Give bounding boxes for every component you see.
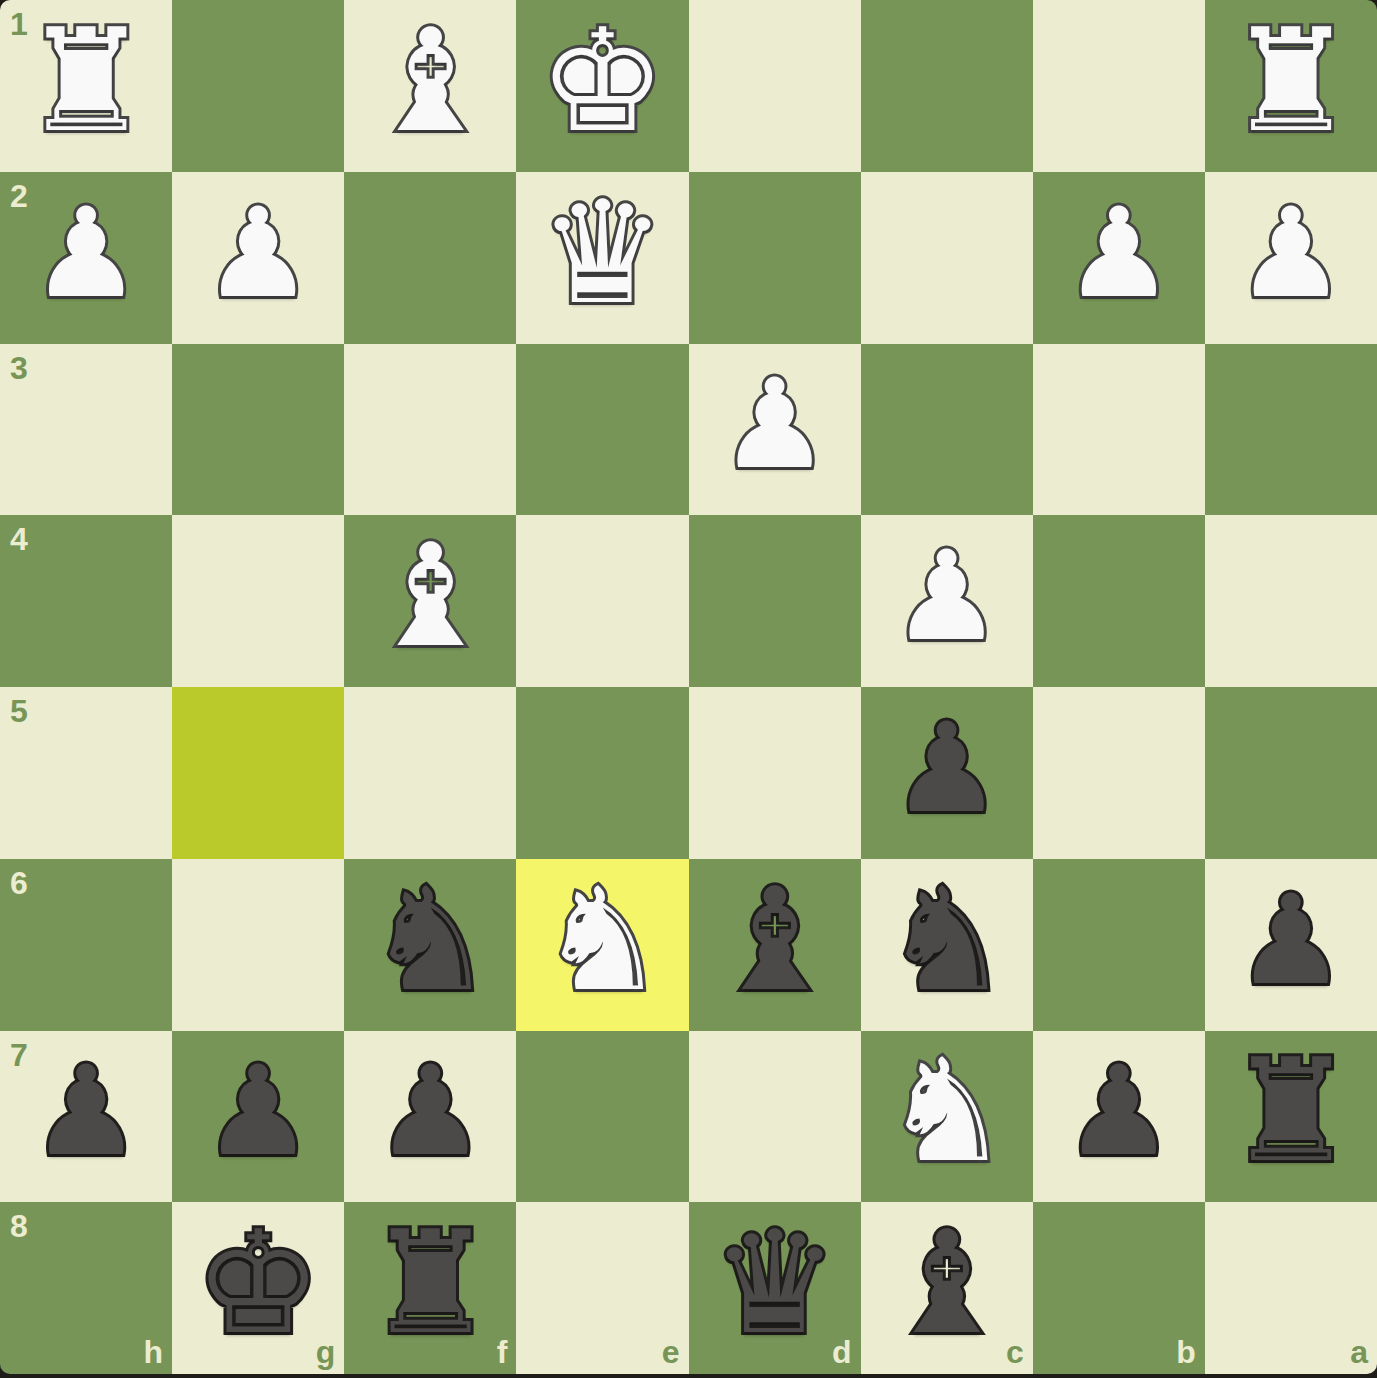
- square-d2[interactable]: [689, 172, 861, 344]
- square-d5[interactable]: [689, 687, 861, 859]
- square-a5[interactable]: [1205, 687, 1377, 859]
- rank-label-5: 5: [10, 695, 28, 727]
- square-c5[interactable]: ♟: [861, 687, 1033, 859]
- square-b8[interactable]: b: [1033, 1202, 1205, 1374]
- square-d3[interactable]: ♟: [689, 344, 861, 516]
- square-e2[interactable]: ♛: [516, 172, 688, 344]
- file-label-e: e: [662, 1336, 680, 1368]
- black-bishop[interactable]: ♝: [711, 869, 838, 1011]
- square-f1[interactable]: ♝: [344, 0, 516, 172]
- white-pawn[interactable]: ♟: [891, 534, 1002, 658]
- square-e8[interactable]: e: [516, 1202, 688, 1374]
- square-e1[interactable]: ♚: [516, 0, 688, 172]
- square-h6[interactable]: 6: [0, 859, 172, 1031]
- square-d4[interactable]: [689, 515, 861, 687]
- square-f4[interactable]: ♝: [344, 515, 516, 687]
- square-b3[interactable]: [1033, 344, 1205, 516]
- square-h3[interactable]: 3: [0, 344, 172, 516]
- white-rook[interactable]: ♜: [22, 10, 149, 152]
- square-g4[interactable]: [172, 515, 344, 687]
- square-b1[interactable]: [1033, 0, 1205, 172]
- rank-label-6: 6: [10, 867, 28, 899]
- white-knight[interactable]: ♞: [883, 1040, 1010, 1182]
- square-d8[interactable]: d♛: [689, 1202, 861, 1374]
- square-b7[interactable]: ♟: [1033, 1031, 1205, 1203]
- file-label-f: f: [497, 1336, 508, 1368]
- white-pawn[interactable]: ♟: [719, 362, 830, 486]
- white-queen[interactable]: ♛: [539, 182, 666, 324]
- black-pawn[interactable]: ♟: [375, 1049, 486, 1173]
- square-f7[interactable]: ♟: [344, 1031, 516, 1203]
- square-b2[interactable]: ♟: [1033, 172, 1205, 344]
- black-pawn[interactable]: ♟: [203, 1049, 314, 1173]
- square-g1[interactable]: [172, 0, 344, 172]
- file-label-h: h: [144, 1336, 164, 1368]
- square-c8[interactable]: c♝: [861, 1202, 1033, 1374]
- square-c4[interactable]: ♟: [861, 515, 1033, 687]
- square-h2[interactable]: 2♟: [0, 172, 172, 344]
- square-h7[interactable]: 7♟: [0, 1031, 172, 1203]
- square-d7[interactable]: [689, 1031, 861, 1203]
- square-a3[interactable]: [1205, 344, 1377, 516]
- black-queen[interactable]: ♛: [711, 1212, 838, 1354]
- square-d6[interactable]: ♝: [689, 859, 861, 1031]
- square-c1[interactable]: [861, 0, 1033, 172]
- square-f3[interactable]: [344, 344, 516, 516]
- black-pawn[interactable]: ♟: [1235, 878, 1346, 1002]
- square-c7[interactable]: ♞: [861, 1031, 1033, 1203]
- square-e4[interactable]: [516, 515, 688, 687]
- black-rook[interactable]: ♜: [1227, 1040, 1354, 1182]
- black-knight[interactable]: ♞: [883, 869, 1010, 1011]
- square-a4[interactable]: [1205, 515, 1377, 687]
- square-c3[interactable]: [861, 344, 1033, 516]
- rank-label-8: 8: [10, 1210, 28, 1242]
- square-f5[interactable]: [344, 687, 516, 859]
- square-a8[interactable]: a: [1205, 1202, 1377, 1374]
- square-f8[interactable]: f♜: [344, 1202, 516, 1374]
- white-bishop[interactable]: ♝: [367, 10, 494, 152]
- square-g5[interactable]: [172, 687, 344, 859]
- black-rook[interactable]: ♜: [367, 1212, 494, 1354]
- square-e7[interactable]: [516, 1031, 688, 1203]
- square-d1[interactable]: [689, 0, 861, 172]
- white-pawn[interactable]: ♟: [203, 191, 314, 315]
- rank-label-3: 3: [10, 352, 28, 384]
- rank-label-7: 7: [10, 1039, 28, 1071]
- white-knight[interactable]: ♞: [539, 869, 666, 1011]
- square-h1[interactable]: 1♜: [0, 0, 172, 172]
- square-g3[interactable]: [172, 344, 344, 516]
- chess-board: 1♜♝♚♜2♟♟♛♟♟3♟4♝♟5♟6♞♞♝♞♟7♟♟♟♞♟♜8hg♚f♜ed♛…: [0, 0, 1377, 1374]
- square-a7[interactable]: ♜: [1205, 1031, 1377, 1203]
- black-pawn[interactable]: ♟: [1063, 1049, 1174, 1173]
- square-e6[interactable]: ♞: [516, 859, 688, 1031]
- white-rook[interactable]: ♜: [1227, 10, 1354, 152]
- square-b4[interactable]: [1033, 515, 1205, 687]
- square-h8[interactable]: 8h: [0, 1202, 172, 1374]
- square-e3[interactable]: [516, 344, 688, 516]
- square-c6[interactable]: ♞: [861, 859, 1033, 1031]
- square-g2[interactable]: ♟: [172, 172, 344, 344]
- rank-label-4: 4: [10, 523, 28, 555]
- black-king[interactable]: ♚: [195, 1212, 322, 1354]
- square-a1[interactable]: ♜: [1205, 0, 1377, 172]
- black-pawn[interactable]: ♟: [891, 706, 1002, 830]
- black-knight[interactable]: ♞: [367, 869, 494, 1011]
- square-b6[interactable]: [1033, 859, 1205, 1031]
- square-f6[interactable]: ♞: [344, 859, 516, 1031]
- black-bishop[interactable]: ♝: [883, 1212, 1010, 1354]
- square-b5[interactable]: [1033, 687, 1205, 859]
- white-pawn[interactable]: ♟: [30, 191, 141, 315]
- black-pawn[interactable]: ♟: [30, 1049, 141, 1173]
- square-a2[interactable]: ♟: [1205, 172, 1377, 344]
- square-e5[interactable]: [516, 687, 688, 859]
- square-h4[interactable]: 4: [0, 515, 172, 687]
- white-pawn[interactable]: ♟: [1063, 191, 1174, 315]
- square-g8[interactable]: g♚: [172, 1202, 344, 1374]
- square-f2[interactable]: [344, 172, 516, 344]
- rank-label-2: 2: [10, 180, 28, 212]
- file-label-a: a: [1350, 1336, 1368, 1368]
- square-h5[interactable]: 5: [0, 687, 172, 859]
- white-king[interactable]: ♚: [539, 10, 666, 152]
- square-g6[interactable]: [172, 859, 344, 1031]
- white-pawn[interactable]: ♟: [1235, 191, 1346, 315]
- square-g7[interactable]: ♟: [172, 1031, 344, 1203]
- file-label-b: b: [1176, 1336, 1196, 1368]
- square-c2[interactable]: [861, 172, 1033, 344]
- white-bishop[interactable]: ♝: [367, 525, 494, 667]
- square-a6[interactable]: ♟: [1205, 859, 1377, 1031]
